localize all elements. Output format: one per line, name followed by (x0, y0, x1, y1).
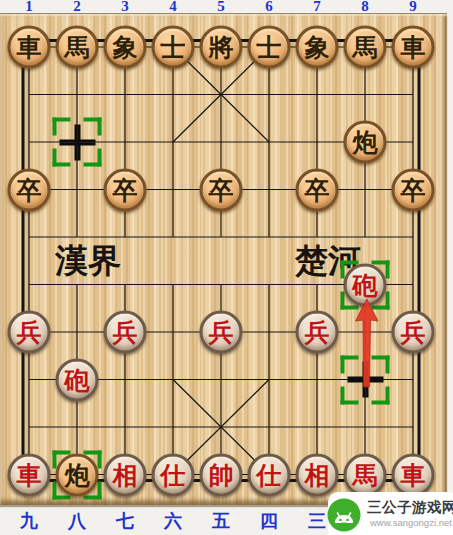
file-label-top-9: 9 (397, 0, 429, 14)
piece-red-soldier-2[interactable]: 兵 (104, 311, 147, 354)
piece-red-advisor-left[interactable]: 仕 (152, 453, 195, 496)
crosshair-icon (59, 124, 95, 160)
piece-black-soldier-2[interactable]: 卒 (104, 168, 147, 211)
piece-black-elephant-right[interactable]: 象 (296, 26, 339, 69)
piece-red-elephant-right[interactable]: 相 (296, 453, 339, 496)
file-label-top-8: 8 (349, 0, 381, 14)
piece-black-soldier-1[interactable]: 卒 (8, 168, 51, 211)
marker-red-cannon-move-origin (341, 355, 390, 404)
file-label-top-2: 2 (61, 0, 93, 14)
file-label-top-3: 3 (109, 0, 141, 14)
piece-red-elephant-left[interactable]: 相 (104, 453, 147, 496)
piece-red-advisor-right[interactable]: 仕 (248, 453, 291, 496)
file-label-bottom-3: 七 (109, 509, 141, 533)
file-label-bottom-5: 五 (205, 509, 237, 533)
file-label-top-5: 5 (205, 0, 237, 14)
piece-black-elephant-left[interactable]: 象 (104, 26, 147, 69)
piece-red-general[interactable]: 帥 (200, 453, 243, 496)
watermark-site-url: www.sangongzi.net (370, 517, 453, 528)
xiangqi-app-window: 123456789 九八七六五四三二一 漢界 楚河 車馬象士將士象馬車炮卒卒卒卒… (0, 0, 453, 535)
piece-black-advisor-right[interactable]: 士 (248, 26, 291, 69)
river-text-hanjie: 漢界 (55, 243, 151, 279)
piece-red-soldier-1[interactable]: 兵 (8, 311, 51, 354)
piece-red-soldier-3[interactable]: 兵 (200, 311, 243, 354)
piece-red-horse-right[interactable]: 馬 (344, 453, 387, 496)
piece-black-horse-right[interactable]: 馬 (344, 26, 387, 69)
file-label-top-1: 1 (13, 0, 45, 14)
file-label-bottom-1: 九 (13, 509, 45, 533)
site-watermark: 三公子游戏网 www.sangongzi.net (328, 492, 453, 535)
file-label-top-6: 6 (253, 0, 285, 14)
crosshair-icon (347, 362, 383, 398)
piece-red-chariot-left[interactable]: 車 (8, 453, 51, 496)
file-label-bottom-2: 八 (61, 509, 93, 533)
piece-black-soldier-5[interactable]: 卒 (392, 168, 435, 211)
piece-red-soldier-4[interactable]: 兵 (296, 311, 339, 354)
file-label-top-7: 7 (301, 0, 333, 14)
android-mascot-icon (325, 496, 365, 535)
piece-black-chariot-left[interactable]: 車 (8, 26, 51, 69)
piece-red-cannon-left[interactable]: 砲 (56, 358, 99, 401)
file-label-bottom-4: 六 (157, 509, 189, 533)
piece-black-general[interactable]: 將 (200, 26, 243, 69)
piece-black-soldier-4[interactable]: 卒 (296, 168, 339, 211)
piece-black-cannon-right[interactable]: 炮 (344, 121, 387, 164)
piece-black-cannon-left-captured-horse[interactable]: 炮 (56, 453, 99, 496)
piece-red-chariot-right[interactable]: 車 (392, 453, 435, 496)
watermark-site-name: 三公子游戏网 (367, 498, 453, 517)
piece-red-cannon-right-moved[interactable]: 砲 (344, 263, 387, 306)
piece-black-soldier-3[interactable]: 卒 (200, 168, 243, 211)
piece-black-advisor-left[interactable]: 士 (152, 26, 195, 69)
file-label-top-4: 4 (157, 0, 189, 14)
piece-red-soldier-5[interactable]: 兵 (392, 311, 435, 354)
piece-black-horse-left[interactable]: 馬 (56, 26, 99, 69)
file-label-bottom-6: 四 (253, 509, 285, 533)
piece-black-chariot-right[interactable]: 車 (392, 26, 435, 69)
marker-black-cannon-move-origin (53, 118, 102, 167)
